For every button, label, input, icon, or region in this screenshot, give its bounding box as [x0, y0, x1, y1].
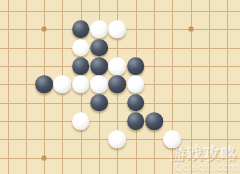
stone-black — [72, 57, 90, 75]
stone-black — [127, 112, 145, 130]
stone-white — [90, 21, 108, 39]
grid-vline — [209, 0, 210, 174]
grid-vline — [26, 0, 27, 174]
stone-white — [127, 76, 145, 94]
stone-white — [109, 57, 127, 75]
grid-hline — [0, 48, 240, 49]
stone-white — [72, 39, 90, 57]
stone-white — [164, 131, 182, 149]
star-point — [42, 27, 47, 32]
gomoku-board[interactable]: 游戏攻略 Qqaiqin.com — [0, 0, 240, 174]
grid-vline — [227, 0, 228, 174]
stone-black — [72, 21, 90, 39]
stone-white — [72, 76, 90, 94]
grid-hline — [0, 103, 240, 104]
grid-hline — [0, 121, 240, 122]
stone-black — [109, 76, 127, 94]
stone-black — [145, 112, 163, 130]
grid-hline — [0, 11, 240, 12]
stone-black — [127, 94, 145, 112]
stone-black — [90, 57, 108, 75]
stone-white — [72, 112, 90, 130]
stone-white — [90, 76, 108, 94]
grid-hline — [0, 158, 240, 159]
star-point — [188, 27, 193, 32]
stone-black — [90, 94, 108, 112]
grid-vline — [154, 0, 155, 174]
stone-black — [35, 76, 53, 94]
stone-black — [127, 57, 145, 75]
stone-white — [109, 131, 127, 149]
stone-white — [54, 76, 72, 94]
star-point — [42, 155, 47, 160]
stone-white — [109, 21, 127, 39]
stone-black — [90, 39, 108, 57]
grid-vline — [8, 0, 9, 174]
